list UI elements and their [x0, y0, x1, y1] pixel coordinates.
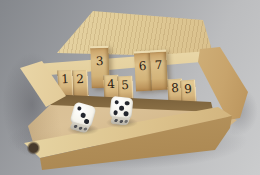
die-pip: [84, 119, 90, 125]
shut-the-box-board: 1 2 3 4 5 6 7 8 9: [0, 0, 260, 175]
tile-number: 6: [134, 60, 151, 73]
die-side-face: [110, 116, 131, 126]
die-right[interactable]: [109, 96, 135, 127]
tile-number: 9: [180, 83, 196, 96]
die-pip: [125, 101, 130, 106]
die-pip: [77, 106, 83, 112]
die-pip: [80, 112, 86, 118]
tile-7[interactable]: 7: [150, 50, 168, 91]
tile-number: 3: [91, 55, 109, 68]
die-pip: [113, 110, 118, 115]
die-pip: [119, 105, 124, 110]
corner-notch: [27, 141, 40, 155]
tile-number: 5: [117, 79, 133, 92]
tile-number: 1: [57, 73, 73, 86]
tile-number: 2: [72, 73, 88, 86]
tile-number: 7: [150, 59, 167, 72]
die-pip: [114, 100, 119, 105]
die-pip: [124, 111, 129, 116]
